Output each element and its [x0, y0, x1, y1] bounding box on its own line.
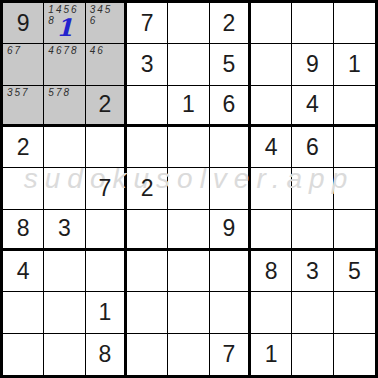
cell-r6c2[interactable]: 3 [44, 210, 85, 251]
cell-r8c8[interactable] [292, 292, 333, 333]
cell-r2c8[interactable]: 9 [292, 44, 333, 85]
cell-r6c3[interactable] [86, 210, 127, 251]
given-digit: 7 [86, 168, 124, 208]
cell-r8c2[interactable] [44, 292, 85, 333]
cell-r2c2[interactable]: 4678 [44, 44, 85, 85]
cell-r2c9[interactable]: 1 [334, 44, 375, 85]
given-digit: 3 [292, 251, 332, 291]
cell-r9c9[interactable] [334, 334, 375, 375]
cell-r3c7[interactable] [251, 86, 292, 127]
cell-r6c6[interactable]: 9 [210, 210, 251, 251]
cell-r2c5[interactable] [168, 44, 209, 85]
given-digit: 1 [86, 292, 124, 332]
cell-r9c2[interactable] [44, 334, 85, 375]
cell-r8c1[interactable] [3, 292, 44, 333]
cell-r6c8[interactable] [292, 210, 333, 251]
given-digit: 3 [44, 210, 84, 248]
cell-r9c3[interactable]: 8 [86, 334, 127, 375]
cell-r6c9[interactable] [334, 210, 375, 251]
cell-r7c2[interactable] [44, 251, 85, 292]
cell-r4c9[interactable] [334, 127, 375, 168]
cell-r1c2[interactable]: 145681 [44, 3, 85, 44]
cell-r5c8[interactable] [292, 168, 333, 209]
cell-r9c4[interactable] [127, 334, 168, 375]
cell-r8c6[interactable] [210, 292, 251, 333]
cell-r9c6[interactable]: 7 [210, 334, 251, 375]
cell-r8c4[interactable] [127, 292, 168, 333]
cell-r4c6[interactable] [210, 127, 251, 168]
given-digit: 8 [86, 334, 124, 375]
given-digit: 7 [210, 334, 248, 375]
given-digit: 6 [292, 127, 332, 167]
entered-digit: 1 [44, 12, 84, 42]
given-digit: 1 [251, 334, 291, 375]
cell-r3c6[interactable]: 6 [210, 86, 251, 127]
cell-r1c5[interactable] [168, 3, 209, 44]
given-digit: 9 [210, 210, 248, 248]
cell-r7c6[interactable] [210, 251, 251, 292]
candidate-marks: 46 [90, 45, 119, 56]
cell-r2c6[interactable]: 5 [210, 44, 251, 85]
given-digit: 4 [3, 251, 43, 291]
cell-r1c8[interactable] [292, 3, 333, 44]
cell-r1c1[interactable]: 9 [3, 3, 44, 44]
given-digit: 9 [292, 44, 332, 84]
candidate-marks: 3456 [90, 4, 119, 26]
cell-r9c5[interactable] [168, 334, 209, 375]
sudoku-grid: 9145681345672674678463591357578216424672… [3, 3, 375, 375]
cell-r6c7[interactable] [251, 210, 292, 251]
cell-r7c5[interactable] [168, 251, 209, 292]
cell-r4c4[interactable] [127, 127, 168, 168]
cell-r3c9[interactable] [334, 86, 375, 127]
cell-r2c3[interactable]: 46 [86, 44, 127, 85]
cell-r5c1[interactable] [3, 168, 44, 209]
cell-r4c1[interactable]: 2 [3, 127, 44, 168]
given-digit: 7 [127, 3, 167, 43]
cell-r3c3[interactable]: 2 [86, 86, 127, 127]
cell-r7c1[interactable]: 4 [3, 251, 44, 292]
given-digit: 2 [127, 168, 167, 208]
cell-r4c3[interactable] [86, 127, 127, 168]
cell-r8c9[interactable] [334, 292, 375, 333]
cell-r5c2[interactable] [44, 168, 85, 209]
cell-r6c4[interactable] [127, 210, 168, 251]
cell-r7c4[interactable] [127, 251, 168, 292]
candidate-marks: 4678 [48, 45, 79, 56]
cell-r3c4[interactable] [127, 86, 168, 127]
cell-r7c3[interactable] [86, 251, 127, 292]
cell-r7c7[interactable]: 8 [251, 251, 292, 292]
cell-r3c5[interactable]: 1 [168, 86, 209, 127]
cell-r4c7[interactable]: 4 [251, 127, 292, 168]
candidate-marks: 67 [7, 45, 38, 56]
cell-r4c8[interactable]: 6 [292, 127, 333, 168]
cell-r3c1[interactable]: 357 [3, 86, 44, 127]
given-digit: 4 [292, 86, 332, 124]
cell-r1c6[interactable]: 2 [210, 3, 251, 44]
cell-r8c5[interactable] [168, 292, 209, 333]
cell-r5c7[interactable] [251, 168, 292, 209]
sudoku-board: 9145681345672674678463591357578216424672… [0, 0, 378, 378]
cell-r1c7[interactable] [251, 3, 292, 44]
cell-r8c7[interactable] [251, 292, 292, 333]
given-digit: 6 [210, 86, 248, 124]
cell-r1c3[interactable]: 3456 [86, 3, 127, 44]
candidate-marks: 357 [7, 87, 38, 98]
cell-r6c5[interactable] [168, 210, 209, 251]
given-digit: 8 [251, 251, 291, 291]
given-digit: 9 [3, 3, 43, 43]
cell-r2c4[interactable]: 3 [127, 44, 168, 85]
cell-r4c5[interactable] [168, 127, 209, 168]
given-digit: 8 [3, 210, 43, 248]
cell-r7c8[interactable]: 3 [292, 251, 333, 292]
cell-r1c4[interactable]: 7 [127, 3, 168, 44]
cell-r4c2[interactable] [44, 127, 85, 168]
candidate-marks: 578 [48, 87, 79, 98]
cell-r3c2[interactable]: 578 [44, 86, 85, 127]
cell-r9c8[interactable] [292, 334, 333, 375]
given-digit: 1 [334, 44, 375, 84]
cell-r5c6[interactable] [210, 168, 251, 209]
cell-r3c8[interactable]: 4 [292, 86, 333, 127]
given-digit: 5 [210, 44, 248, 84]
cell-r5c5[interactable] [168, 168, 209, 209]
given-digit: 2 [3, 127, 43, 167]
cell-r2c1[interactable]: 67 [3, 44, 44, 85]
given-digit: 3 [127, 44, 167, 84]
cell-r8c3[interactable]: 1 [86, 292, 127, 333]
cell-r9c7[interactable]: 1 [251, 334, 292, 375]
cell-r2c7[interactable] [251, 44, 292, 85]
given-digit: 1 [168, 86, 208, 124]
given-digit: 2 [86, 86, 124, 124]
cell-r9c1[interactable] [3, 334, 44, 375]
cell-r6c1[interactable]: 8 [3, 210, 44, 251]
given-digit: 5 [334, 251, 375, 291]
given-digit: 2 [210, 3, 248, 43]
cell-r5c9[interactable] [334, 168, 375, 209]
cell-r5c4[interactable]: 2 [127, 168, 168, 209]
given-digit: 4 [251, 127, 291, 167]
cell-r5c3[interactable]: 7 [86, 168, 127, 209]
cell-r1c9[interactable] [334, 3, 375, 44]
cell-r7c9[interactable]: 5 [334, 251, 375, 292]
